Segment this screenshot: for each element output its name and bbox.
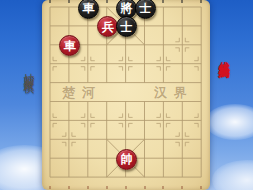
piece-black-advisor[interactable]: 士 (135, 0, 156, 19)
river-label-chu: 楚河 (62, 84, 102, 102)
brand-vertical-text: 妙师象棋 (20, 64, 35, 76)
promo-vertical-text: 优质绝妙残局 (215, 53, 230, 59)
river-label-han: 汉界 (154, 84, 194, 102)
cloud (205, 104, 253, 140)
xiangqi-board[interactable]: 楚河 汉界 車將士兵士車帥 (42, 0, 210, 190)
cloud (212, 160, 253, 190)
piece-red-general[interactable]: 帥 (116, 149, 137, 170)
thumbnail-stage: 妙师象棋 楚河 汉界 車將士兵士車帥 优质绝妙残局 (0, 0, 253, 190)
